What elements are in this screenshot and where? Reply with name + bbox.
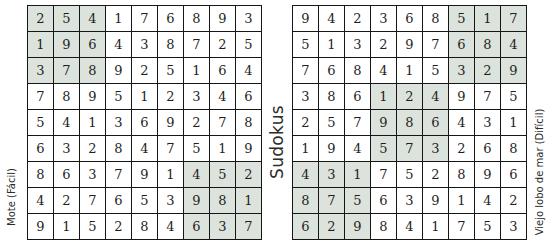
sudoku-cell: 9 <box>28 214 53 239</box>
sudoku-cell: 5 <box>501 84 526 109</box>
sudoku-cell: 4 <box>210 84 235 109</box>
sudoku-cell: 1 <box>371 84 396 109</box>
sudoku-cell: 1 <box>80 110 105 135</box>
sudoku-cell: 3 <box>106 110 131 135</box>
sudoku-cell: 5 <box>319 110 344 135</box>
sudoku-cell: 5 <box>423 58 448 83</box>
sudoku-cell: 3 <box>132 32 157 57</box>
sudoku-cell: 3 <box>475 110 500 135</box>
sudoku-cell: 9 <box>236 136 261 161</box>
sudoku-cell: 4 <box>236 58 261 83</box>
sudoku-cell: 4 <box>319 6 344 31</box>
sudoku-cell: 8 <box>423 6 448 31</box>
sudoku-cell: 3 <box>210 214 235 239</box>
sudoku-cell: 2 <box>371 32 396 57</box>
sudoku-cell: 4 <box>106 32 131 57</box>
sudoku-cell: 7 <box>106 162 131 187</box>
sudoku-cell: 9 <box>475 162 500 187</box>
sudoku-cell: 6 <box>449 32 474 57</box>
right-grid-title: Viejo lobo de mar (Difícil) <box>534 109 545 236</box>
sudoku-cell: 4 <box>475 188 500 213</box>
sudoku-cell: 5 <box>293 32 318 57</box>
sudoku-cell: 9 <box>501 58 526 83</box>
sudoku-cell: 2 <box>80 136 105 161</box>
sudoku-cell: 6 <box>423 110 448 135</box>
sudoku-cell: 1 <box>236 188 261 213</box>
sudoku-cell: 1 <box>106 6 131 31</box>
sudoku-cell: 4 <box>371 58 396 83</box>
sudoku-cell: 4 <box>501 32 526 57</box>
sudoku-cell: 3 <box>423 136 448 161</box>
sudoku-cell: 7 <box>28 84 53 109</box>
sudoku-cell: 7 <box>475 84 500 109</box>
sudoku-cell: 9 <box>345 214 370 239</box>
sudoku-cell: 8 <box>132 214 157 239</box>
sudoku-cell: 7 <box>345 110 370 135</box>
sudoku-cell: 2 <box>319 214 344 239</box>
sudoku-cell: 8 <box>397 110 422 135</box>
sudoku-cell: 4 <box>397 214 422 239</box>
sudoku-cell: 4 <box>54 110 79 135</box>
sudoku-cell: 8 <box>319 84 344 109</box>
sudoku-cell: 7 <box>132 6 157 31</box>
sudoku-cell: 4 <box>158 214 183 239</box>
sudoku-cell: 9 <box>106 58 131 83</box>
sudoku-cell: 1 <box>184 58 209 83</box>
sudoku-cell: 7 <box>80 188 105 213</box>
page-title: Sudokus <box>267 105 287 179</box>
sudoku-cell: 3 <box>80 162 105 187</box>
sudoku-cell: 4 <box>293 162 318 187</box>
sudoku-cell: 7 <box>371 162 396 187</box>
sudoku-cell: 1 <box>501 110 526 135</box>
sudoku-cell: 3 <box>236 6 261 31</box>
sudoku-cell: 4 <box>449 110 474 135</box>
sudoku-cell: 9 <box>80 84 105 109</box>
sudoku-grid-easy: 2541768931964387253789251647895123465413… <box>27 5 262 240</box>
sudoku-cell: 6 <box>132 110 157 135</box>
sudoku-cell: 6 <box>345 84 370 109</box>
sudoku-cell: 5 <box>106 84 131 109</box>
sudoku-cell: 6 <box>236 84 261 109</box>
sudoku-cell: 5 <box>210 162 235 187</box>
sudoku-cell: 8 <box>449 162 474 187</box>
sudoku-cell: 7 <box>449 214 474 239</box>
sudoku-cell: 3 <box>28 58 53 83</box>
sudoku-cell: 6 <box>106 188 131 213</box>
sudoku-cell: 7 <box>54 58 79 83</box>
sudoku-cell: 1 <box>210 136 235 161</box>
sudoku-cell: 2 <box>132 58 157 83</box>
sudoku-cell: 8 <box>80 58 105 83</box>
sudoku-cell: 4 <box>345 136 370 161</box>
sudoku-cell: 8 <box>210 188 235 213</box>
sudoku-cell: 1 <box>28 32 53 57</box>
sudoku-cell: 5 <box>132 188 157 213</box>
sudoku-cell: 2 <box>236 162 261 187</box>
sudoku-cell: 8 <box>54 84 79 109</box>
sudoku-cell: 7 <box>210 110 235 135</box>
sudoku-cell: 1 <box>158 162 183 187</box>
sudoku-cell: 9 <box>210 6 235 31</box>
sudoku-cell: 5 <box>449 6 474 31</box>
sudoku-cell: 6 <box>28 136 53 161</box>
sudoku-cell: 7 <box>293 58 318 83</box>
sudoku-cell: 1 <box>319 32 344 57</box>
sudoku-cell: 6 <box>371 188 396 213</box>
sudoku-cell: 5 <box>80 214 105 239</box>
sudoku-cell: 6 <box>54 162 79 187</box>
sudoku-cell: 8 <box>371 214 396 239</box>
sudoku-cell: 5 <box>158 58 183 83</box>
sudoku-cell: 9 <box>158 110 183 135</box>
sudoku-cell: 7 <box>184 32 209 57</box>
sudoku-cell: 4 <box>184 162 209 187</box>
sudoku-cell: 8 <box>293 188 318 213</box>
sudoku-cell: 6 <box>80 32 105 57</box>
sudoku-cell: 2 <box>423 162 448 187</box>
sudoku-cell: 1 <box>132 84 157 109</box>
sudoku-cell: 6 <box>210 58 235 83</box>
sudoku-cell: 4 <box>28 188 53 213</box>
sudoku-cell: 4 <box>132 136 157 161</box>
sudoku-cell: 2 <box>54 188 79 213</box>
sudoku-cell: 3 <box>501 214 526 239</box>
sudoku-cell: 3 <box>184 84 209 109</box>
sudoku-cell: 3 <box>158 188 183 213</box>
sudoku-cell: 7 <box>397 136 422 161</box>
sudoku-cell: 6 <box>501 162 526 187</box>
sudoku-cell: 2 <box>106 214 131 239</box>
sudoku-cell: 8 <box>184 6 209 31</box>
sudoku-cell: 9 <box>184 188 209 213</box>
sudoku-cell: 4 <box>80 6 105 31</box>
sudoku-cell: 8 <box>236 110 261 135</box>
sudoku-cell: 2 <box>501 188 526 213</box>
sudoku-cell: 9 <box>54 32 79 57</box>
sudoku-cell: 6 <box>319 58 344 83</box>
sudoku-cell: 7 <box>158 136 183 161</box>
sudoku-cell: 3 <box>397 188 422 213</box>
sudoku-cell: 3 <box>293 84 318 109</box>
sudoku-cell: 5 <box>54 6 79 31</box>
sudoku-cell: 3 <box>319 162 344 187</box>
sudoku-cell: 1 <box>449 188 474 213</box>
sudoku-cell: 8 <box>475 32 500 57</box>
sudoku-cell: 8 <box>501 136 526 161</box>
sudoku-cell: 6 <box>475 136 500 161</box>
sudoku-cell: 5 <box>345 188 370 213</box>
sudoku-cell: 2 <box>184 110 209 135</box>
sudoku-cell: 7 <box>236 214 261 239</box>
sudoku-cell: 6 <box>158 6 183 31</box>
sudoku-cell: 9 <box>132 162 157 187</box>
sudoku-cell: 7 <box>423 32 448 57</box>
sudoku-cell: 1 <box>423 214 448 239</box>
sudoku-cell: 6 <box>397 6 422 31</box>
sudoku-cell: 6 <box>293 214 318 239</box>
sudoku-cell: 6 <box>184 214 209 239</box>
sudoku-cell: 3 <box>345 32 370 57</box>
sudoku-cell: 2 <box>210 32 235 57</box>
left-grid-title: Mote (Fácil) <box>6 168 17 226</box>
sudoku-cell: 7 <box>319 188 344 213</box>
sudoku-cell: 1 <box>54 214 79 239</box>
sudoku-cell: 5 <box>236 32 261 57</box>
sudoku-cell: 9 <box>293 6 318 31</box>
sudoku-cell: 5 <box>28 110 53 135</box>
sudoku-cell: 8 <box>106 136 131 161</box>
sudoku-cell: 2 <box>449 136 474 161</box>
sudoku-cell: 3 <box>54 136 79 161</box>
sudoku-cell: 3 <box>449 58 474 83</box>
sudoku-cell: 8 <box>28 162 53 187</box>
sudoku-cell: 9 <box>319 136 344 161</box>
sudoku-cell: 1 <box>475 6 500 31</box>
sudoku-cell: 9 <box>449 84 474 109</box>
sudoku-cell: 2 <box>293 110 318 135</box>
sudoku-cell: 5 <box>397 162 422 187</box>
sudoku-cell: 5 <box>475 214 500 239</box>
sudoku-cell: 9 <box>423 188 448 213</box>
sudoku-cell: 4 <box>423 84 448 109</box>
sudoku-cell: 5 <box>184 136 209 161</box>
sudoku-cell: 1 <box>293 136 318 161</box>
sudoku-cell: 2 <box>475 58 500 83</box>
sudoku-cell: 7 <box>501 6 526 31</box>
sudoku-cell: 2 <box>158 84 183 109</box>
sudoku-cell: 5 <box>371 136 396 161</box>
sudoku-cell: 2 <box>397 84 422 109</box>
sudoku-page: Mote (Fácil) 254176893196438725378925164… <box>0 0 551 246</box>
sudoku-cell: 9 <box>397 32 422 57</box>
sudoku-cell: 8 <box>158 32 183 57</box>
sudoku-cell: 2 <box>345 6 370 31</box>
sudoku-cell: 1 <box>397 58 422 83</box>
sudoku-cell: 2 <box>28 6 53 31</box>
sudoku-cell: 9 <box>371 110 396 135</box>
sudoku-cell: 8 <box>345 58 370 83</box>
sudoku-grid-hard: 9423685175132976847684153293861249752579… <box>292 5 527 240</box>
sudoku-cell: 3 <box>371 6 396 31</box>
sudoku-cell: 1 <box>345 162 370 187</box>
